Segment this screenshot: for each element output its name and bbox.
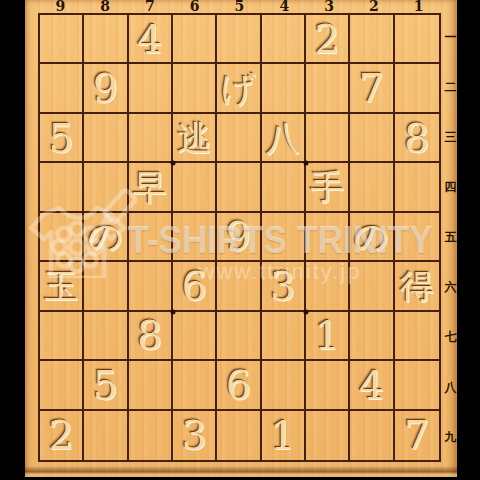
board-cell-2四[interactable] <box>350 163 394 212</box>
board-cell-2七[interactable] <box>350 312 394 361</box>
board-cell-7五[interactable] <box>129 213 173 262</box>
file-label-2: 2 <box>351 0 396 13</box>
engraved-glyph: 1 <box>270 415 295 455</box>
board-cell-2三[interactable] <box>350 114 394 163</box>
engraved-glyph: 8 <box>137 315 162 355</box>
board-cell-7三[interactable] <box>129 114 173 163</box>
board-cell-9九[interactable]: 2 <box>40 411 84 460</box>
board-cell-3一[interactable]: 2 <box>306 15 350 64</box>
engraved-glyph: 6 <box>181 266 206 306</box>
rank-label-一: 一 <box>443 13 458 63</box>
rank-label-六: 六 <box>443 262 458 312</box>
board-cell-1九[interactable]: 7 <box>395 411 439 460</box>
board-cell-8二[interactable]: 9 <box>84 64 128 113</box>
board-cell-9三[interactable]: 5 <box>40 114 84 163</box>
engraved-glyph: 4 <box>137 19 162 59</box>
board-cell-6六[interactable]: 6 <box>173 262 217 311</box>
board-cell-2九[interactable] <box>350 411 394 460</box>
board-cell-6二[interactable] <box>173 64 217 113</box>
engraved-glyph: の <box>88 219 123 253</box>
board-cell-9四[interactable] <box>40 163 84 212</box>
engraved-glyph: 2 <box>314 19 339 59</box>
board-cell-2六[interactable] <box>350 262 394 311</box>
board-cell-2五[interactable]: の <box>350 213 394 262</box>
board-cell-7一[interactable]: 4 <box>129 15 173 64</box>
rank-label-三: 三 <box>443 113 458 163</box>
board-cell-4三[interactable]: 八 <box>262 114 306 163</box>
star-point <box>304 309 309 314</box>
board-cell-5七[interactable] <box>217 312 261 361</box>
rank-label-五: 五 <box>443 213 458 263</box>
board-cell-5九[interactable] <box>217 411 261 460</box>
engraved-glyph: 3 <box>181 415 206 455</box>
engraved-glyph: 7 <box>359 68 384 108</box>
engraved-glyph: 八 <box>266 121 300 155</box>
rank-label-二: 二 <box>443 63 458 113</box>
file-label-8: 8 <box>83 0 128 13</box>
engraved-glyph: 4 <box>359 365 384 405</box>
board-cell-3三[interactable] <box>306 114 350 163</box>
board-cell-7七[interactable]: 8 <box>129 312 173 361</box>
board-cell-5八[interactable]: 6 <box>217 361 261 410</box>
board-cell-4四[interactable] <box>262 163 306 212</box>
board-cell-1四[interactable] <box>395 163 439 212</box>
board-cell-7四[interactable]: 早 <box>129 163 173 212</box>
board-cell-9七[interactable] <box>40 312 84 361</box>
board-cell-3七[interactable]: 1 <box>306 312 350 361</box>
engraved-glyph: げ <box>221 71 256 105</box>
file-label-6: 6 <box>172 0 217 13</box>
board-cell-6七[interactable] <box>173 312 217 361</box>
file-label-5: 5 <box>217 0 262 13</box>
shogi-board: 987654321 一二三四五六七八九 429げ75逃八8早手の9の玉63得81… <box>25 0 457 477</box>
engraved-glyph: 9 <box>93 68 118 108</box>
engraved-glyph: 7 <box>404 415 429 455</box>
board-cell-6三[interactable]: 逃 <box>173 114 217 163</box>
board-cell-1一[interactable] <box>395 15 439 64</box>
board-cell-5五[interactable]: 9 <box>217 213 261 262</box>
star-point <box>304 161 309 166</box>
rank-label-七: 七 <box>443 312 458 362</box>
engraved-glyph: 6 <box>226 365 251 405</box>
board-cell-5四[interactable] <box>217 163 261 212</box>
engraved-glyph: の <box>354 219 389 253</box>
board-cell-8六[interactable] <box>84 262 128 311</box>
board-cell-2八[interactable]: 4 <box>350 361 394 410</box>
board-cell-6八[interactable] <box>173 361 217 410</box>
board-cell-1三[interactable]: 8 <box>395 114 439 163</box>
engraved-glyph: 玉 <box>44 269 78 303</box>
board-cell-8九[interactable] <box>84 411 128 460</box>
board-cell-3六[interactable] <box>306 262 350 311</box>
board-cell-8四[interactable] <box>84 163 128 212</box>
board-cell-8一[interactable] <box>84 15 128 64</box>
board-cell-9二[interactable] <box>40 64 84 113</box>
board-cell-4八[interactable] <box>262 361 306 410</box>
board-cell-9八[interactable] <box>40 361 84 410</box>
file-label-3: 3 <box>307 0 352 13</box>
engraved-glyph: 5 <box>48 118 73 158</box>
board-cell-6四[interactable] <box>173 163 217 212</box>
engraved-glyph: 1 <box>314 315 339 355</box>
board-cell-9五[interactable] <box>40 213 84 262</box>
board-cell-5二[interactable]: げ <box>217 64 261 113</box>
rank-label-八: 八 <box>443 362 458 412</box>
board-cell-3二[interactable] <box>306 64 350 113</box>
engraved-glyph: 得 <box>400 269 434 303</box>
engraved-glyph: 3 <box>270 266 295 306</box>
board-cell-8八[interactable]: 5 <box>84 361 128 410</box>
board-cell-4九[interactable]: 1 <box>262 411 306 460</box>
engraved-glyph: 8 <box>404 118 429 158</box>
board-cell-2二[interactable]: 7 <box>350 64 394 113</box>
star-point <box>170 309 175 314</box>
board-grid: 429げ75逃八8早手の9の玉63得815642317 <box>38 13 441 462</box>
file-label-1: 1 <box>396 0 441 13</box>
board-cell-4二[interactable] <box>262 64 306 113</box>
board-cell-4一[interactable] <box>262 15 306 64</box>
board-cell-5六[interactable] <box>217 262 261 311</box>
file-label-4: 4 <box>262 0 307 13</box>
board-cell-6九[interactable]: 3 <box>173 411 217 460</box>
file-label-7: 7 <box>128 0 173 13</box>
board-cell-1八[interactable] <box>395 361 439 410</box>
file-coordinates: 987654321 <box>38 0 441 13</box>
board-cell-1七[interactable] <box>395 312 439 361</box>
board-cell-3五[interactable] <box>306 213 350 262</box>
board-cell-1六[interactable]: 得 <box>395 262 439 311</box>
rank-label-四: 四 <box>443 163 458 213</box>
board-cell-8三[interactable] <box>84 114 128 163</box>
board-cell-6五[interactable] <box>173 213 217 262</box>
engraved-glyph: 早 <box>133 170 167 204</box>
board-cell-3九[interactable] <box>306 411 350 460</box>
board-cell-1五[interactable] <box>395 213 439 262</box>
board-cell-9一[interactable] <box>40 15 84 64</box>
board-cell-4七[interactable] <box>262 312 306 361</box>
board-cell-9六[interactable]: 玉 <box>40 262 84 311</box>
star-point <box>170 161 175 166</box>
board-cell-3四[interactable]: 手 <box>306 163 350 212</box>
board-cell-7九[interactable] <box>129 411 173 460</box>
board-cell-8七[interactable] <box>84 312 128 361</box>
engraved-glyph: 5 <box>93 365 118 405</box>
board-cell-8五[interactable]: の <box>84 213 128 262</box>
board-cell-2一[interactable] <box>350 15 394 64</box>
engraved-glyph: 2 <box>48 415 73 455</box>
board-cell-7八[interactable] <box>129 361 173 410</box>
board-cell-4五[interactable] <box>262 213 306 262</box>
board-cell-1二[interactable] <box>395 64 439 113</box>
rank-coordinates: 一二三四五六七八九 <box>443 13 458 462</box>
engraved-glyph: 逃 <box>177 121 211 155</box>
engraved-glyph: 9 <box>226 216 251 256</box>
file-label-9: 9 <box>38 0 83 13</box>
board-cell-4六[interactable]: 3 <box>262 262 306 311</box>
rank-label-九: 九 <box>443 412 458 462</box>
board-cell-5三[interactable] <box>217 114 261 163</box>
board-cell-5一[interactable] <box>217 15 261 64</box>
engraved-glyph: 手 <box>310 170 344 204</box>
board-cell-7六[interactable] <box>129 262 173 311</box>
board-cell-7二[interactable] <box>129 64 173 113</box>
board-cell-3八[interactable] <box>306 361 350 410</box>
board-bottom-edge <box>25 461 457 477</box>
board-cell-6一[interactable] <box>173 15 217 64</box>
